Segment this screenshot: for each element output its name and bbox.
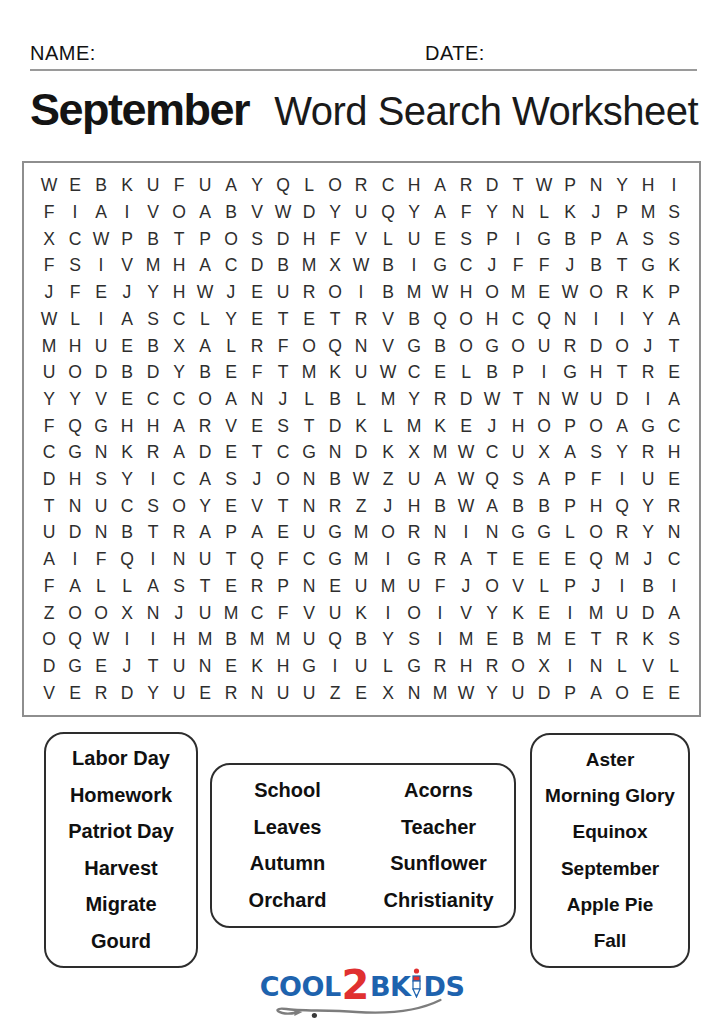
grid-cell: Q <box>610 492 635 519</box>
grid-cell: S <box>141 306 166 333</box>
grid-cell: U <box>349 359 374 386</box>
grid-cell: O <box>505 332 530 359</box>
grid-cell: B <box>427 492 452 519</box>
grid-cell: E <box>453 412 478 439</box>
grid-cell: T <box>193 573 218 600</box>
grid-cell: Z <box>349 492 374 519</box>
grid-cell: A <box>610 225 635 252</box>
word-list-item: Patriot Day <box>68 820 174 843</box>
grid-cell: F <box>37 199 62 226</box>
grid-cell: M <box>453 626 478 653</box>
grid-cell: F <box>323 225 348 252</box>
word-box-left: Labor DayHomeworkPatriot DayHarvestMigra… <box>44 732 198 968</box>
grid-cell: A <box>427 172 452 199</box>
grid-cell: A <box>662 599 687 626</box>
grid-cell: Y <box>636 492 661 519</box>
grid-cell: C <box>297 546 322 573</box>
grid-cell: S <box>583 439 608 466</box>
grid-cell: S <box>245 225 270 252</box>
grid-cell: C <box>245 599 270 626</box>
grid-cell: S <box>89 466 114 493</box>
grid-cell: U <box>401 225 426 252</box>
grid-cell: U <box>349 199 374 226</box>
grid-cell: D <box>63 519 88 546</box>
grid-cell: N <box>63 492 88 519</box>
grid-cell: K <box>662 252 687 279</box>
grid-cell: W <box>531 172 556 199</box>
grid-cell: E <box>193 679 218 706</box>
grid-cell: Y <box>141 679 166 706</box>
grid-cell: C <box>63 225 88 252</box>
grid-cell: E <box>245 279 270 306</box>
grid-cell: I <box>557 653 582 680</box>
grid-cell: E <box>557 546 582 573</box>
grid-cell: Y <box>479 599 504 626</box>
grid-cell: H <box>63 466 88 493</box>
grid-cell: O <box>323 279 348 306</box>
grid-cell: E <box>63 679 88 706</box>
grid-cell: H <box>115 412 140 439</box>
title-subtitle: Word Search Worksheet <box>274 89 698 134</box>
grid-cell: W <box>89 626 114 653</box>
grid-cell: K <box>323 359 348 386</box>
grid-cell: R <box>245 573 270 600</box>
grid-cell: C <box>505 306 530 333</box>
grid-cell: A <box>193 332 218 359</box>
word-list-item: Harvest <box>84 857 157 880</box>
grid-cell: O <box>453 306 478 333</box>
grid-cell: C <box>141 386 166 413</box>
grid-cell: T <box>37 492 62 519</box>
grid-cell: M <box>37 332 62 359</box>
grid-cell: A <box>662 306 687 333</box>
grid-cell: P <box>557 172 582 199</box>
grid-cell: T <box>662 332 687 359</box>
grid-cell: F <box>167 172 192 199</box>
grid-cell: O <box>323 172 348 199</box>
grid-cell: U <box>193 599 218 626</box>
grid-cell: T <box>583 626 608 653</box>
grid-cell: L <box>531 573 556 600</box>
grid-cell: U <box>89 332 114 359</box>
grid-cell: W <box>479 386 504 413</box>
grid-cell: B <box>531 492 556 519</box>
grid-cell: Y <box>167 359 192 386</box>
grid-cell: Q <box>115 546 140 573</box>
grid-cell: E <box>531 546 556 573</box>
grid-cell: O <box>193 386 218 413</box>
grid-cell: J <box>167 599 192 626</box>
grid-cell: O <box>297 332 322 359</box>
grid-cell: X <box>167 332 192 359</box>
grid-cell: M <box>505 279 530 306</box>
grid-cell: S <box>219 466 244 493</box>
grid-cell: G <box>401 546 426 573</box>
word-list-item: Morning Glory <box>545 785 675 807</box>
grid-cell: E <box>219 492 244 519</box>
grid-cell: I <box>453 519 478 546</box>
grid-cell: A <box>427 466 452 493</box>
grid-cell: W <box>89 225 114 252</box>
grid-cell: E <box>427 359 452 386</box>
grid-cell: G <box>636 412 661 439</box>
grid-cell: O <box>375 519 400 546</box>
grid-cell: M <box>427 679 452 706</box>
grid-cell: G <box>63 439 88 466</box>
grid-cell: Y <box>636 306 661 333</box>
grid-cell: R <box>636 359 661 386</box>
grid-cell: P <box>583 225 608 252</box>
grid-cell: Q <box>245 546 270 573</box>
grid-cell: J <box>271 386 296 413</box>
grid-cell: D <box>89 359 114 386</box>
grid-cell: D <box>115 679 140 706</box>
grid-cell: V <box>297 599 322 626</box>
grid-cell: N <box>531 386 556 413</box>
grid-cell: K <box>115 439 140 466</box>
grid-cell: D <box>636 599 661 626</box>
grid-cell: U <box>271 279 296 306</box>
word-list-item: Equinox <box>573 821 648 843</box>
word-list-item: Leaves <box>254 816 322 839</box>
grid-cell: G <box>557 359 582 386</box>
grid-cell: I <box>63 199 88 226</box>
grid-cell: L <box>375 412 400 439</box>
grid-cell: Y <box>323 199 348 226</box>
grid-cell: Q <box>583 546 608 573</box>
grid-cell: I <box>141 546 166 573</box>
grid-cell: O <box>37 626 62 653</box>
grid-cell: A <box>479 492 504 519</box>
grid-cell: H <box>583 492 608 519</box>
grid-cell: N <box>349 332 374 359</box>
grid-cell: J <box>557 252 582 279</box>
grid-cell: E <box>219 653 244 680</box>
grid-cell: B <box>115 519 140 546</box>
grid-cell: B <box>505 626 530 653</box>
grid-cell: A <box>583 679 608 706</box>
grid-cell: P <box>610 199 635 226</box>
grid-cell: F <box>531 252 556 279</box>
grid-cell: K <box>245 653 270 680</box>
grid-cell: P <box>271 573 296 600</box>
grid-cell: U <box>401 573 426 600</box>
word-list-item: Christianity <box>383 889 493 912</box>
grid-cell: V <box>375 332 400 359</box>
grid-cell: H <box>453 279 478 306</box>
grid-cell: I <box>375 546 400 573</box>
grid-cell: J <box>37 279 62 306</box>
grid-cell: R <box>167 519 192 546</box>
grid-cell: H <box>662 439 687 466</box>
grid-cell: G <box>505 519 530 546</box>
grid-cell: Y <box>401 386 426 413</box>
grid-cell: N <box>245 386 270 413</box>
grid-cell: B <box>219 626 244 653</box>
grid-cell: V <box>453 599 478 626</box>
grid-cell: E <box>636 679 661 706</box>
grid-cell: E <box>297 306 322 333</box>
grid-cell: D <box>453 386 478 413</box>
grid-cell: T <box>141 519 166 546</box>
grid-cell: T <box>479 546 504 573</box>
grid-cell: I <box>89 252 114 279</box>
grid-cell: E <box>89 279 114 306</box>
word-box-middle-col1: SchoolLeavesAutumnOrchard <box>212 765 363 926</box>
grid-cell: O <box>453 332 478 359</box>
grid-cell: S <box>271 412 296 439</box>
grid-cell: U <box>167 679 192 706</box>
grid-cell: G <box>531 519 556 546</box>
grid-cell: S <box>662 199 687 226</box>
grid-cell: D <box>245 252 270 279</box>
grid-cell: L <box>349 386 374 413</box>
grid-cell: O <box>63 599 88 626</box>
grid-cell: E <box>63 172 88 199</box>
grid-cell: B <box>636 573 661 600</box>
grid-cell: M <box>297 252 322 279</box>
grid-cell: V <box>89 386 114 413</box>
grid-cell: C <box>115 492 140 519</box>
grid-cell: D <box>349 439 374 466</box>
word-box-middle-col2: AcornsTeacherSunflowerChristianity <box>363 765 514 926</box>
grid-cell: Q <box>63 412 88 439</box>
grid-cell: A <box>453 546 478 573</box>
grid-cell: O <box>89 599 114 626</box>
grid-cell: W <box>37 306 62 333</box>
grid-cell: T <box>505 386 530 413</box>
grid-cell: Z <box>37 599 62 626</box>
grid-cell: I <box>662 172 687 199</box>
name-label: NAME: <box>30 42 96 65</box>
date-label: DATE: <box>425 42 485 65</box>
grid-cell: P <box>557 466 582 493</box>
grid-cell: E <box>505 546 530 573</box>
grid-cell: B <box>401 306 426 333</box>
grid-cell: K <box>375 439 400 466</box>
grid-cell: V <box>245 492 270 519</box>
grid-cell: E <box>557 626 582 653</box>
grid-cell: W <box>37 172 62 199</box>
grid-cell: R <box>557 332 582 359</box>
grid-cell: X <box>401 439 426 466</box>
grid-cell: A <box>193 199 218 226</box>
grid-cell: P <box>557 492 582 519</box>
grid-cell: J <box>636 546 661 573</box>
grid-cell: V <box>219 412 244 439</box>
letter-grid: WEBKUFUAYQLORCHARDTWPNYHIFIAIVOABVWDYUQY… <box>22 161 701 717</box>
grid-cell: I <box>89 306 114 333</box>
grid-cell: I <box>375 599 400 626</box>
grid-cell: A <box>89 199 114 226</box>
grid-cell: I <box>401 252 426 279</box>
grid-cell: V <box>37 679 62 706</box>
grid-cell: H <box>297 225 322 252</box>
grid-cell: B <box>219 199 244 226</box>
grid-cell: O <box>479 279 504 306</box>
grid-cell: S <box>662 225 687 252</box>
grid-cell: K <box>349 599 374 626</box>
grid-cell: C <box>271 439 296 466</box>
grid-cell: C <box>453 252 478 279</box>
grid-cell: R <box>427 653 452 680</box>
grid-cell: F <box>37 252 62 279</box>
grid-cell: N <box>479 519 504 546</box>
grid-cell: J <box>245 466 270 493</box>
grid-cell: N <box>401 679 426 706</box>
grid-cell: N <box>505 199 530 226</box>
grid-cell: P <box>193 225 218 252</box>
word-list-item: Fall <box>594 930 627 952</box>
grid-cell: A <box>427 199 452 226</box>
grid-cell: B <box>375 252 400 279</box>
grid-cell: S <box>505 466 530 493</box>
grid-cell: C <box>401 359 426 386</box>
grid-cell: W <box>427 279 452 306</box>
grid-cell: B <box>141 332 166 359</box>
grid-cell: M <box>401 412 426 439</box>
grid-cell: J <box>219 279 244 306</box>
grid-cell: I <box>505 225 530 252</box>
grid-cell: P <box>505 359 530 386</box>
grid-cell: V <box>115 252 140 279</box>
grid-cell: L <box>193 306 218 333</box>
grid-cell: P <box>662 279 687 306</box>
grid-cell: I <box>427 599 452 626</box>
grid-cell: M <box>401 279 426 306</box>
pencil-icon <box>411 968 422 998</box>
grid-cell: A <box>219 386 244 413</box>
grid-cell: E <box>245 306 270 333</box>
grid-cell: A <box>167 439 192 466</box>
grid-cell: B <box>583 252 608 279</box>
grid-cell: M <box>349 519 374 546</box>
grid-cell: S <box>63 252 88 279</box>
grid-cell: A <box>662 386 687 413</box>
grid-cell: N <box>297 466 322 493</box>
grid-cell: V <box>505 573 530 600</box>
grid-cell: N <box>89 439 114 466</box>
grid-cell: U <box>505 439 530 466</box>
grid-cell: I <box>323 653 348 680</box>
grid-cell: F <box>89 546 114 573</box>
grid-cell: A <box>610 412 635 439</box>
grid-cell: E <box>531 279 556 306</box>
grid-cell: H <box>505 412 530 439</box>
grid-cell: M <box>349 546 374 573</box>
grid-cell: X <box>37 225 62 252</box>
grid-cell: N <box>245 679 270 706</box>
grid-cell: X <box>115 599 140 626</box>
grid-cell: U <box>349 573 374 600</box>
word-list-item: School <box>254 779 321 802</box>
grid-cell: A <box>219 172 244 199</box>
grid-cell: N <box>557 306 582 333</box>
grid-cell: B <box>271 252 296 279</box>
grid-cell: M <box>375 573 400 600</box>
word-list-item: Acorns <box>404 779 473 802</box>
grid-cell: D <box>479 172 504 199</box>
grid-cell: K <box>636 626 661 653</box>
grid-cell: U <box>401 466 426 493</box>
swoosh-underline-icon <box>268 998 448 1020</box>
grid-cell: H <box>271 653 296 680</box>
grid-cell: L <box>63 306 88 333</box>
grid-cell: R <box>141 439 166 466</box>
grid-cell: W <box>349 466 374 493</box>
grid-cell: U <box>297 519 322 546</box>
grid-cell: N <box>662 519 687 546</box>
grid-cell: L <box>453 359 478 386</box>
grid-cell: U <box>37 519 62 546</box>
grid-cell: F <box>63 279 88 306</box>
grid-cell: J <box>115 279 140 306</box>
grid-cell: R <box>219 679 244 706</box>
grid-cell: D <box>37 466 62 493</box>
grid-cell: B <box>375 279 400 306</box>
grid-cell: D <box>37 653 62 680</box>
grid-cell: W <box>349 252 374 279</box>
grid-cell: N <box>167 546 192 573</box>
grid-cell: S <box>636 225 661 252</box>
grid-cell: F <box>583 466 608 493</box>
grid-cell: U <box>297 679 322 706</box>
grid-cell: G <box>323 546 348 573</box>
grid-cell: V <box>141 199 166 226</box>
grid-cell: B <box>141 225 166 252</box>
grid-cell: N <box>297 573 322 600</box>
grid-cell: X <box>531 653 556 680</box>
grid-cell: A <box>115 306 140 333</box>
grid-cell: H <box>401 492 426 519</box>
logo: COOL 2 BK DS <box>0 966 724 1002</box>
grid-cell: P <box>115 225 140 252</box>
grid-cell: E <box>115 386 140 413</box>
grid-cell: I <box>531 359 556 386</box>
grid-cell: L <box>115 573 140 600</box>
grid-cell: E <box>531 599 556 626</box>
grid-cell: E <box>89 653 114 680</box>
grid-cell: H <box>141 412 166 439</box>
grid-cell: M <box>583 599 608 626</box>
grid-cell: L <box>297 386 322 413</box>
grid-cell: H <box>401 172 426 199</box>
grid-cell: N <box>89 519 114 546</box>
grid-cell: O <box>505 653 530 680</box>
grid-cell: K <box>636 279 661 306</box>
grid-cell: U <box>37 359 62 386</box>
grid-cell: E <box>662 359 687 386</box>
grid-cell: N <box>427 519 452 546</box>
grid-cell: B <box>427 332 452 359</box>
grid-cell: U <box>323 599 348 626</box>
grid-cell: Y <box>63 386 88 413</box>
grid-cell: R <box>453 172 478 199</box>
grid-cell: T <box>610 252 635 279</box>
grid-cell: X <box>531 439 556 466</box>
grid-cell: E <box>662 466 687 493</box>
grid-cell: M <box>427 439 452 466</box>
grid-cell: B <box>349 626 374 653</box>
grid-cell: R <box>349 306 374 333</box>
grid-cell: D <box>297 199 322 226</box>
grid-cell: R <box>427 386 452 413</box>
grid-cell: I <box>115 199 140 226</box>
word-list-item: Apple Pie <box>567 894 654 916</box>
grid-cell: M <box>245 626 270 653</box>
grid-cell: G <box>401 653 426 680</box>
grid-cell: M <box>271 626 296 653</box>
